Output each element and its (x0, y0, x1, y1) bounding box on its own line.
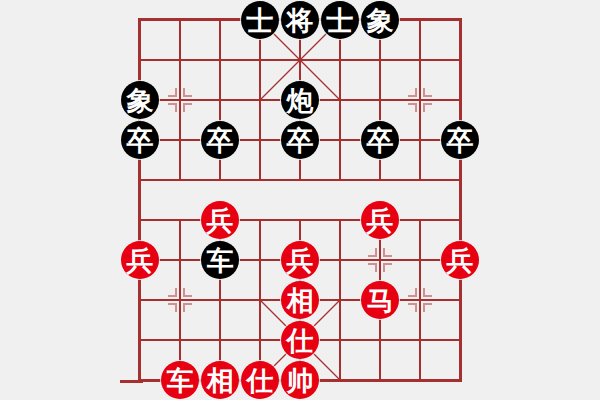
piece-black-soldier[interactable]: 卒 (441, 121, 479, 159)
piece-black-soldier[interactable]: 卒 (121, 121, 159, 159)
xiangqi-board: 士将士象象炮卒卒卒卒卒车兵兵兵兵兵相马仕车相仕帅 (0, 0, 600, 400)
piece-red-elephant[interactable]: 相 (281, 281, 319, 319)
piece-red-soldier[interactable]: 兵 (441, 241, 479, 279)
piece-red-soldier[interactable]: 兵 (281, 241, 319, 279)
piece-red-elephant[interactable]: 相 (201, 361, 239, 399)
piece-red-soldier[interactable]: 兵 (121, 241, 159, 279)
piece-black-advisor[interactable]: 士 (321, 1, 359, 39)
piece-red-advisor[interactable]: 仕 (241, 361, 279, 399)
piece-red-horse[interactable]: 马 (361, 281, 399, 319)
piece-black-advisor[interactable]: 士 (241, 1, 279, 39)
piece-black-soldier[interactable]: 卒 (201, 121, 239, 159)
piece-red-soldier[interactable]: 兵 (201, 201, 239, 239)
piece-black-soldier[interactable]: 卒 (361, 121, 399, 159)
piece-red-chariot[interactable]: 车 (161, 361, 199, 399)
piece-black-elephant[interactable]: 象 (361, 1, 399, 39)
piece-black-elephant[interactable]: 象 (121, 81, 159, 119)
piece-red-advisor[interactable]: 仕 (281, 321, 319, 359)
piece-black-general[interactable]: 将 (281, 1, 319, 39)
piece-red-general[interactable]: 帅 (281, 361, 319, 399)
piece-black-soldier[interactable]: 卒 (281, 121, 319, 159)
piece-black-chariot[interactable]: 车 (201, 241, 239, 279)
piece-red-soldier[interactable]: 兵 (361, 201, 399, 239)
piece-black-cannon[interactable]: 炮 (281, 81, 319, 119)
